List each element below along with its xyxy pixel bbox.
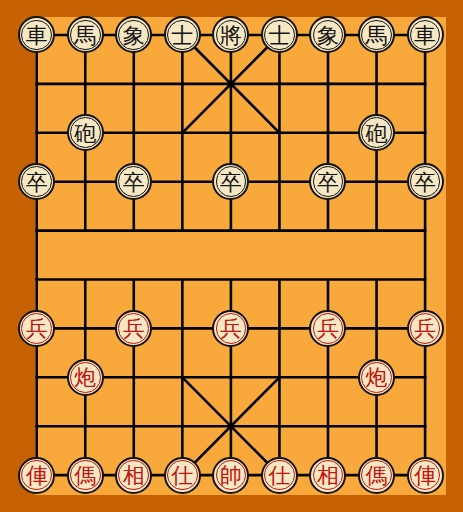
piece-black-chariot[interactable]: 車 — [18, 16, 55, 53]
point-i7[interactable]: 卒 — [401, 157, 450, 206]
point-h9[interactable] — [352, 59, 401, 108]
point-d4[interactable] — [158, 304, 207, 353]
piece-glyph: 相 — [123, 465, 145, 487]
point-e3[interactable] — [207, 353, 256, 402]
point-d7[interactable] — [158, 157, 207, 206]
piece-red-cannon[interactable]: 炮 — [67, 359, 104, 396]
point-a8[interactable] — [12, 108, 61, 157]
piece-glyph: 兵 — [220, 318, 242, 340]
piece-glyph: 車 — [414, 24, 436, 46]
piece-glyph: 馬 — [74, 24, 96, 46]
point-i4[interactable]: 兵 — [401, 304, 450, 353]
piece-red-chariot[interactable]: 俥 — [407, 457, 444, 494]
piece-glyph: 仕 — [268, 465, 290, 487]
piece-glyph: 卒 — [26, 171, 48, 193]
point-g2[interactable] — [304, 402, 353, 451]
piece-glyph: 傌 — [74, 465, 96, 487]
point-e4[interactable]: 兵 — [207, 304, 256, 353]
point-g4[interactable]: 兵 — [304, 304, 353, 353]
piece-glyph: 帥 — [220, 465, 242, 487]
point-e1[interactable]: 帥 — [207, 451, 256, 500]
point-e5[interactable] — [207, 255, 256, 304]
point-g8[interactable] — [304, 108, 353, 157]
piece-black-horse[interactable]: 馬 — [67, 16, 104, 53]
point-b10[interactable]: 馬 — [61, 11, 110, 60]
point-c5[interactable] — [109, 255, 158, 304]
piece-red-advisor[interactable]: 仕 — [164, 457, 201, 494]
piece-glyph: 俥 — [414, 465, 436, 487]
point-a10[interactable]: 車 — [12, 11, 61, 60]
piece-black-advisor[interactable]: 士 — [164, 16, 201, 53]
point-e7[interactable]: 卒 — [207, 157, 256, 206]
piece-black-soldier[interactable]: 卒 — [212, 163, 249, 200]
point-a9[interactable] — [12, 59, 61, 108]
piece-black-general[interactable]: 將 — [212, 16, 249, 53]
point-i1[interactable]: 俥 — [401, 451, 450, 500]
point-i9[interactable] — [401, 59, 450, 108]
piece-red-elephant[interactable]: 相 — [309, 457, 346, 494]
piece-red-horse[interactable]: 傌 — [358, 457, 395, 494]
piece-black-horse[interactable]: 馬 — [358, 16, 395, 53]
piece-red-horse[interactable]: 傌 — [67, 457, 104, 494]
point-g7[interactable]: 卒 — [304, 157, 353, 206]
point-b3[interactable]: 炮 — [61, 353, 110, 402]
piece-glyph: 兵 — [414, 318, 436, 340]
point-b8[interactable]: 砲 — [61, 108, 110, 157]
point-b7[interactable] — [61, 157, 110, 206]
point-a5[interactable] — [12, 255, 61, 304]
point-f5[interactable] — [255, 255, 304, 304]
piece-black-soldier[interactable]: 卒 — [309, 163, 346, 200]
point-c8[interactable] — [109, 108, 158, 157]
point-h3[interactable]: 炮 — [352, 353, 401, 402]
point-b5[interactable] — [61, 255, 110, 304]
piece-black-elephant[interactable]: 象 — [115, 16, 152, 53]
point-a7[interactable]: 卒 — [12, 157, 61, 206]
piece-red-soldier[interactable]: 兵 — [212, 310, 249, 347]
point-h2[interactable] — [352, 402, 401, 451]
piece-glyph: 將 — [220, 24, 242, 46]
point-e6[interactable] — [207, 206, 256, 255]
point-b2[interactable] — [61, 402, 110, 451]
point-f1[interactable]: 仕 — [255, 451, 304, 500]
point-e10[interactable]: 將 — [207, 11, 256, 60]
point-h5[interactable] — [352, 255, 401, 304]
point-d6[interactable] — [158, 206, 207, 255]
point-d8[interactable] — [158, 108, 207, 157]
point-h10[interactable]: 馬 — [352, 11, 401, 60]
point-c6[interactable] — [109, 206, 158, 255]
piece-black-chariot[interactable]: 車 — [407, 16, 444, 53]
piece-glyph: 象 — [317, 24, 339, 46]
piece-glyph: 馬 — [365, 24, 387, 46]
point-a4[interactable]: 兵 — [12, 304, 61, 353]
piece-glyph: 炮 — [365, 367, 387, 389]
piece-glyph: 卒 — [414, 171, 436, 193]
point-c2[interactable] — [109, 402, 158, 451]
point-g3[interactable] — [304, 353, 353, 402]
piece-glyph: 士 — [268, 24, 290, 46]
piece-glyph: 卒 — [123, 171, 145, 193]
point-d1[interactable]: 仕 — [158, 451, 207, 500]
piece-red-soldier[interactable]: 兵 — [115, 310, 152, 347]
point-d5[interactable] — [158, 255, 207, 304]
point-c1[interactable]: 相 — [109, 451, 158, 500]
point-c7[interactable]: 卒 — [109, 157, 158, 206]
piece-red-soldier[interactable]: 兵 — [18, 310, 55, 347]
point-h8[interactable]: 砲 — [352, 108, 401, 157]
piece-glyph: 車 — [26, 24, 48, 46]
point-f6[interactable] — [255, 206, 304, 255]
piece-glyph: 士 — [171, 24, 193, 46]
point-i3[interactable] — [401, 353, 450, 402]
point-f3[interactable] — [255, 353, 304, 402]
piece-black-elephant[interactable]: 象 — [309, 16, 346, 53]
point-i2[interactable] — [401, 402, 450, 451]
point-i10[interactable]: 車 — [401, 11, 450, 60]
point-i8[interactable] — [401, 108, 450, 157]
point-e2[interactable] — [207, 402, 256, 451]
piece-glyph: 傌 — [365, 465, 387, 487]
piece-red-general[interactable]: 帥 — [212, 457, 249, 494]
point-f8[interactable] — [255, 108, 304, 157]
point-i5[interactable] — [401, 255, 450, 304]
piece-glyph: 俥 — [26, 465, 48, 487]
point-a1[interactable]: 俥 — [12, 451, 61, 500]
piece-glyph: 象 — [123, 24, 145, 46]
point-c10[interactable]: 象 — [109, 11, 158, 60]
piece-glyph: 兵 — [26, 318, 48, 340]
piece-glyph: 卒 — [317, 171, 339, 193]
piece-glyph: 砲 — [74, 122, 96, 144]
point-b9[interactable] — [61, 59, 110, 108]
piece-glyph: 卒 — [220, 171, 242, 193]
point-h1[interactable]: 傌 — [352, 451, 401, 500]
piece-red-elephant[interactable]: 相 — [115, 457, 152, 494]
point-d9[interactable] — [158, 59, 207, 108]
piece-red-soldier[interactable]: 兵 — [309, 310, 346, 347]
piece-black-advisor[interactable]: 士 — [261, 16, 298, 53]
point-c9[interactable] — [109, 59, 158, 108]
piece-black-soldier[interactable]: 卒 — [18, 163, 55, 200]
point-c3[interactable] — [109, 353, 158, 402]
point-b1[interactable]: 傌 — [61, 451, 110, 500]
piece-glyph: 兵 — [123, 318, 145, 340]
point-g5[interactable] — [304, 255, 353, 304]
point-g6[interactable] — [304, 206, 353, 255]
point-h7[interactable] — [352, 157, 401, 206]
point-f10[interactable]: 士 — [255, 11, 304, 60]
point-g9[interactable] — [304, 59, 353, 108]
piece-red-soldier[interactable]: 兵 — [407, 310, 444, 347]
point-e8[interactable] — [207, 108, 256, 157]
point-h6[interactable] — [352, 206, 401, 255]
point-c4[interactable]: 兵 — [109, 304, 158, 353]
point-f4[interactable] — [255, 304, 304, 353]
piece-black-cannon[interactable]: 砲 — [67, 114, 104, 151]
point-h4[interactable] — [352, 304, 401, 353]
point-e9[interactable] — [207, 59, 256, 108]
piece-red-chariot[interactable]: 俥 — [18, 457, 55, 494]
point-g10[interactable]: 象 — [304, 11, 353, 60]
point-i6[interactable] — [401, 206, 450, 255]
xiangqi-board: 車馬象士將士象馬車砲砲卒卒卒卒卒兵兵兵兵兵炮炮俥傌相仕帥仕相傌俥 — [0, 0, 463, 512]
point-d3[interactable] — [158, 353, 207, 402]
point-a6[interactable] — [12, 206, 61, 255]
piece-glyph: 炮 — [74, 367, 96, 389]
piece-glyph: 兵 — [317, 318, 339, 340]
piece-red-advisor[interactable]: 仕 — [261, 457, 298, 494]
point-d10[interactable]: 士 — [158, 11, 207, 60]
point-b4[interactable] — [61, 304, 110, 353]
piece-red-cannon[interactable]: 炮 — [358, 359, 395, 396]
point-a2[interactable] — [12, 402, 61, 451]
point-f9[interactable] — [255, 59, 304, 108]
piece-glyph: 相 — [317, 465, 339, 487]
point-d2[interactable] — [158, 402, 207, 451]
point-f7[interactable] — [255, 157, 304, 206]
board-points: 車馬象士將士象馬車砲砲卒卒卒卒卒兵兵兵兵兵炮炮俥傌相仕帥仕相傌俥 — [12, 11, 449, 500]
piece-black-cannon[interactable]: 砲 — [358, 114, 395, 151]
piece-black-soldier[interactable]: 卒 — [407, 163, 444, 200]
point-g1[interactable]: 相 — [304, 451, 353, 500]
point-a3[interactable] — [12, 353, 61, 402]
point-b6[interactable] — [61, 206, 110, 255]
piece-glyph: 砲 — [365, 122, 387, 144]
piece-glyph: 仕 — [171, 465, 193, 487]
piece-black-soldier[interactable]: 卒 — [115, 163, 152, 200]
point-f2[interactable] — [255, 402, 304, 451]
